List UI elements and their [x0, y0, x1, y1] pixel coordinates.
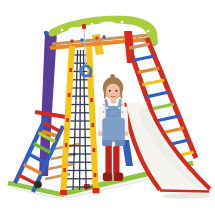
child-leg [106, 143, 112, 175]
arch-hole [147, 30, 150, 33]
arch-hole [121, 21, 124, 24]
ladder-rung [146, 92, 169, 97]
beam-knob [102, 35, 105, 38]
net-panel [60, 46, 100, 196]
beam-knob [70, 39, 73, 42]
ladder-rung [151, 104, 174, 109]
ramp-ladder [15, 117, 63, 192]
overalls-button [119, 107, 121, 109]
ramp-rung [24, 165, 41, 174]
net-connector [91, 123, 94, 127]
ramp-rung [19, 175, 37, 184]
child-shoe [114, 173, 124, 182]
slide-shadow [162, 193, 210, 198]
ladder-rung [155, 116, 179, 121]
child-cheek [106, 92, 109, 95]
net-rail-foot [60, 190, 67, 195]
child-eye [115, 90, 117, 92]
net-connector [68, 93, 71, 97]
ladder-rung [134, 56, 155, 60]
product-photo [0, 0, 215, 215]
arch-cutout [68, 27, 84, 33]
play-gym-scene [0, 0, 215, 215]
slide-bottom-lip [160, 191, 209, 192]
ladder-rung [138, 68, 160, 73]
overalls-button [106, 107, 108, 109]
net-connector [63, 168, 66, 172]
ladder-rung [142, 80, 164, 85]
child-cheek [117, 92, 120, 95]
net-connector [94, 173, 97, 177]
child-nose [112, 93, 114, 95]
arch-cutout [99, 22, 117, 28]
arch-hole [61, 29, 64, 32]
child-shoe [103, 173, 113, 182]
overalls-leg-gap [112, 142, 114, 147]
net-connector [69, 68, 72, 72]
ramp-wheel [34, 181, 42, 189]
wood-rung [48, 164, 73, 169]
net-connector [93, 148, 96, 152]
child-eye [109, 90, 111, 92]
overalls-cuff [115, 140, 125, 146]
net-connector [90, 98, 93, 102]
arch-tip [49, 30, 56, 37]
beam-knob [80, 38, 83, 41]
net-connector [66, 118, 69, 122]
net-connector [65, 143, 68, 147]
arch-blue-cap [44, 31, 48, 35]
net-rail-foot [93, 188, 100, 193]
beam-knob [95, 36, 98, 39]
shirt-print [121, 104, 123, 106]
overalls-cuff [102, 140, 112, 146]
side-bar-red [35, 112, 66, 117]
shirt-print [122, 111, 124, 113]
ring-hanger [82, 24, 86, 29]
shirt-print [103, 111, 105, 113]
arch-hole [91, 23, 94, 26]
shirt-print [103, 104, 105, 106]
child [98, 74, 129, 181]
child-leg [113, 143, 119, 175]
